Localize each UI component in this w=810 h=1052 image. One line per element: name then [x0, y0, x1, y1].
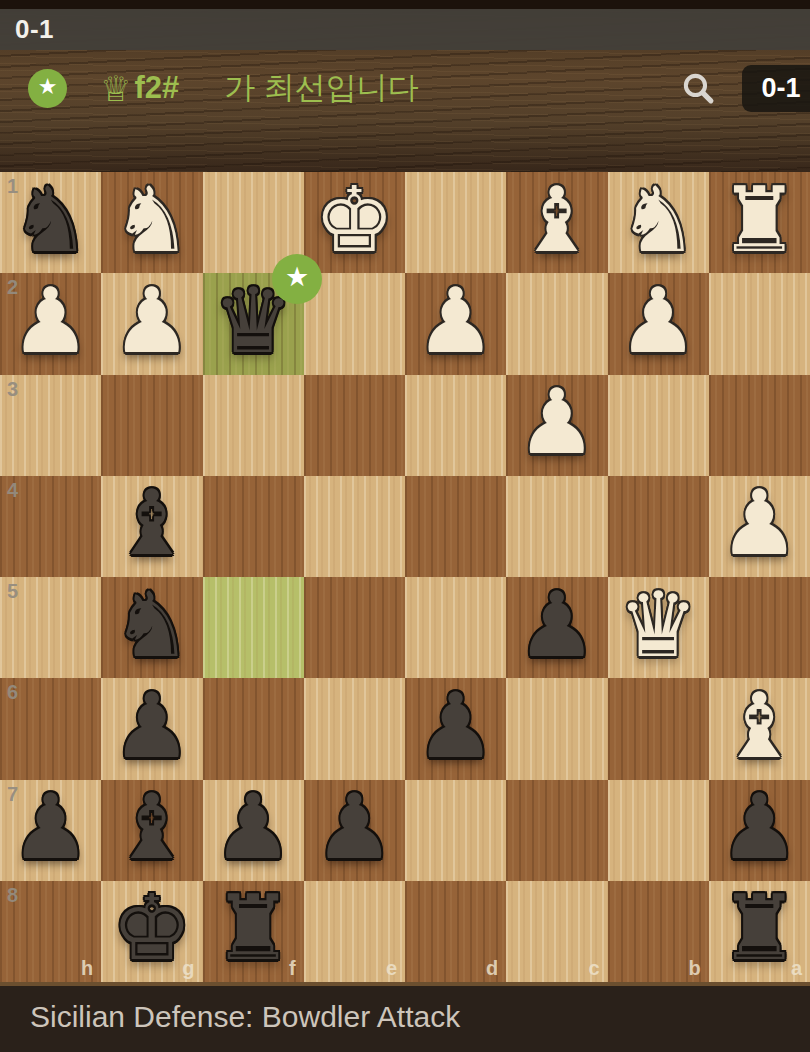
- square-e7[interactable]: ♟: [304, 780, 405, 881]
- square-c3[interactable]: ♟: [506, 375, 607, 476]
- result-badge: 0-1: [742, 65, 810, 112]
- square-g7[interactable]: ♝: [101, 780, 202, 881]
- opening-name: Sicilian Defense: Bowdler Attack: [0, 982, 810, 1052]
- square-b3[interactable]: [608, 375, 709, 476]
- square-d1[interactable]: [405, 172, 506, 273]
- square-c4[interactable]: [506, 476, 607, 577]
- rank-label: 6: [7, 681, 18, 704]
- square-g8[interactable]: g♚: [101, 881, 202, 982]
- best-move-star-icon: ★: [28, 69, 67, 108]
- square-h5[interactable]: 5: [0, 577, 101, 678]
- piece-black-pawn[interactable]: ♟: [709, 780, 810, 881]
- square-a4[interactable]: ♟: [709, 476, 810, 577]
- file-label: d: [486, 957, 498, 980]
- piece-white-king[interactable]: ♚: [304, 172, 405, 273]
- square-f6[interactable]: [203, 678, 304, 779]
- square-c6[interactable]: [506, 678, 607, 779]
- hint-row: ★ ♕ f2# 가 최선입니다 0-1: [0, 62, 810, 114]
- file-label: c: [588, 957, 599, 980]
- square-d2[interactable]: ♟: [405, 273, 506, 374]
- best-move-star-icon: ★: [272, 254, 322, 304]
- piece-white-pawn[interactable]: ♟: [709, 476, 810, 577]
- piece-black-pawn[interactable]: ♟: [405, 678, 506, 779]
- square-h4[interactable]: 4: [0, 476, 101, 577]
- square-b2[interactable]: ♟: [608, 273, 709, 374]
- piece-white-pawn[interactable]: ♟: [608, 273, 709, 374]
- piece-black-pawn[interactable]: ♟: [0, 780, 101, 881]
- queen-glyph-icon: ♕: [100, 71, 131, 106]
- square-b4[interactable]: [608, 476, 709, 577]
- game-result: 0-1: [15, 14, 54, 45]
- square-g2[interactable]: ♟: [101, 273, 202, 374]
- piece-black-rook[interactable]: ♜: [203, 881, 304, 982]
- square-g3[interactable]: [101, 375, 202, 476]
- square-a8[interactable]: a♜: [709, 881, 810, 982]
- square-b1[interactable]: ♞: [608, 172, 709, 273]
- best-move-notation: f2#: [134, 70, 179, 106]
- piece-white-pawn[interactable]: ♟: [405, 273, 506, 374]
- square-c5[interactable]: ♟: [506, 577, 607, 678]
- piece-black-pawn[interactable]: ♟: [101, 678, 202, 779]
- square-d8[interactable]: d: [405, 881, 506, 982]
- square-b8[interactable]: b: [608, 881, 709, 982]
- square-f5[interactable]: [203, 577, 304, 678]
- square-f4[interactable]: [203, 476, 304, 577]
- square-d3[interactable]: [405, 375, 506, 476]
- square-f3[interactable]: [203, 375, 304, 476]
- square-a5[interactable]: [709, 577, 810, 678]
- piece-white-knight[interactable]: ♞: [608, 172, 709, 273]
- square-h3[interactable]: 3: [0, 375, 101, 476]
- rank-label: 4: [7, 479, 18, 502]
- square-d4[interactable]: [405, 476, 506, 577]
- piece-black-pawn[interactable]: ♟: [304, 780, 405, 881]
- square-e5[interactable]: [304, 577, 405, 678]
- piece-white-pawn[interactable]: ♟: [101, 273, 202, 374]
- square-d5[interactable]: [405, 577, 506, 678]
- piece-white-queen[interactable]: ♛: [608, 577, 709, 678]
- search-icon[interactable]: [680, 70, 716, 106]
- square-c8[interactable]: c: [506, 881, 607, 982]
- square-h8[interactable]: 8h: [0, 881, 101, 982]
- piece-white-pawn[interactable]: ♟: [0, 273, 101, 374]
- square-a3[interactable]: [709, 375, 810, 476]
- chess-puzzle-app: 0-1 ★ ♕ f2# 가 최선입니다 0-1 1♞♞♚♝♞♜2♟♟♛♟♟3♟4…: [0, 0, 810, 1052]
- square-a6[interactable]: ♝: [709, 678, 810, 779]
- file-label: e: [386, 957, 397, 980]
- square-h6[interactable]: 6: [0, 678, 101, 779]
- square-c7[interactable]: [506, 780, 607, 881]
- square-g5[interactable]: ♞: [101, 577, 202, 678]
- result-bar: 0-1: [0, 9, 810, 50]
- opening-bar: Sicilian Defense: Bowdler Attack: [0, 982, 810, 1052]
- chess-board: 1♞♞♚♝♞♜2♟♟♛♟♟3♟4♝♟5♞♟♛6♟♟♝7♟♝♟♟♟8hg♚f♜ed…: [0, 172, 810, 982]
- square-e4[interactable]: [304, 476, 405, 577]
- square-c2[interactable]: [506, 273, 607, 374]
- square-g4[interactable]: ♝: [101, 476, 202, 577]
- top-area: 0-1 ★ ♕ f2# 가 최선입니다 0-1: [0, 0, 810, 172]
- piece-black-king[interactable]: ♚: [101, 881, 202, 982]
- square-a2[interactable]: [709, 273, 810, 374]
- piece-black-knight[interactable]: ♞: [101, 577, 202, 678]
- square-d7[interactable]: [405, 780, 506, 881]
- square-b7[interactable]: [608, 780, 709, 881]
- piece-black-bishop[interactable]: ♝: [101, 780, 202, 881]
- rank-label: 8: [7, 884, 18, 907]
- piece-black-pawn[interactable]: ♟: [506, 577, 607, 678]
- rank-label: 3: [7, 378, 18, 401]
- square-f8[interactable]: f♜: [203, 881, 304, 982]
- piece-white-rook[interactable]: ♜: [709, 172, 810, 273]
- square-b6[interactable]: [608, 678, 709, 779]
- best-move-text: ♕ f2#: [100, 70, 179, 106]
- piece-black-pawn[interactable]: ♟: [203, 780, 304, 881]
- piece-white-bishop[interactable]: ♝: [709, 678, 810, 779]
- square-d6[interactable]: ♟: [405, 678, 506, 779]
- square-b5[interactable]: ♛: [608, 577, 709, 678]
- file-label: b: [689, 957, 701, 980]
- piece-white-knight[interactable]: ♞: [101, 172, 202, 273]
- square-e8[interactable]: e: [304, 881, 405, 982]
- square-a7[interactable]: ♟: [709, 780, 810, 881]
- square-e6[interactable]: [304, 678, 405, 779]
- hint-message: 가 최선입니다: [224, 67, 419, 109]
- square-f7[interactable]: ♟: [203, 780, 304, 881]
- square-c1[interactable]: ♝: [506, 172, 607, 273]
- piece-white-bishop[interactable]: ♝: [506, 172, 607, 273]
- piece-black-rook[interactable]: ♜: [709, 881, 810, 982]
- star-glyph: ★: [38, 74, 58, 100]
- piece-white-pawn[interactable]: ♟: [506, 375, 607, 476]
- square-e3[interactable]: [304, 375, 405, 476]
- result-badge-text: 0-1: [761, 73, 800, 104]
- piece-black-knight[interactable]: ♞: [0, 172, 101, 273]
- rank-label: 5: [7, 580, 18, 603]
- square-a1[interactable]: ♜: [709, 172, 810, 273]
- square-h1[interactable]: 1♞: [0, 172, 101, 273]
- square-h7[interactable]: 7♟: [0, 780, 101, 881]
- square-e1[interactable]: ♚: [304, 172, 405, 273]
- square-h2[interactable]: 2♟: [0, 273, 101, 374]
- file-label: h: [81, 957, 93, 980]
- piece-black-bishop[interactable]: ♝: [101, 476, 202, 577]
- square-g1[interactable]: ♞: [101, 172, 202, 273]
- square-g6[interactable]: ♟: [101, 678, 202, 779]
